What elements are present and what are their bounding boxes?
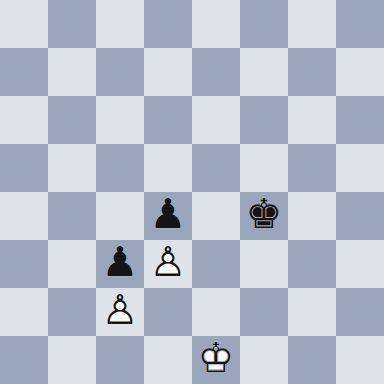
square-b4[interactable] [48, 192, 96, 240]
square-e1[interactable]: ♚♔ [192, 336, 240, 384]
square-f4[interactable]: ♚ [240, 192, 288, 240]
square-g6[interactable] [288, 96, 336, 144]
square-d1[interactable] [144, 336, 192, 384]
black-king-glyph: ♚ [240, 190, 288, 238]
white-king-outline-glyph: ♔ [192, 334, 240, 382]
square-g4[interactable] [288, 192, 336, 240]
square-d7[interactable] [144, 48, 192, 96]
square-c8[interactable] [96, 0, 144, 48]
square-b5[interactable] [48, 144, 96, 192]
square-h6[interactable] [336, 96, 384, 144]
square-d5[interactable] [144, 144, 192, 192]
square-c1[interactable] [96, 336, 144, 384]
square-c3[interactable]: ♟ [96, 240, 144, 288]
square-b8[interactable] [48, 0, 96, 48]
square-a4[interactable] [0, 192, 48, 240]
square-g7[interactable] [288, 48, 336, 96]
square-f6[interactable] [240, 96, 288, 144]
chess-board: ♟♚♟♟♙♟♙♚♔ [0, 0, 384, 384]
square-c4[interactable] [96, 192, 144, 240]
piece-white-king: ♚♔ [192, 336, 240, 384]
square-h7[interactable] [336, 48, 384, 96]
square-g8[interactable] [288, 0, 336, 48]
square-d4[interactable]: ♟ [144, 192, 192, 240]
square-h8[interactable] [336, 0, 384, 48]
square-f5[interactable] [240, 144, 288, 192]
square-h1[interactable] [336, 336, 384, 384]
square-f7[interactable] [240, 48, 288, 96]
square-f8[interactable] [240, 0, 288, 48]
square-f2[interactable] [240, 288, 288, 336]
square-h4[interactable] [336, 192, 384, 240]
piece-black-pawn: ♟ [144, 192, 192, 240]
square-e2[interactable] [192, 288, 240, 336]
square-a7[interactable] [0, 48, 48, 96]
square-d6[interactable] [144, 96, 192, 144]
square-g3[interactable] [288, 240, 336, 288]
black-pawn-glyph: ♟ [144, 190, 192, 238]
square-h3[interactable] [336, 240, 384, 288]
white-pawn-outline-glyph: ♙ [96, 286, 144, 334]
square-d3[interactable]: ♟♙ [144, 240, 192, 288]
square-e8[interactable] [192, 0, 240, 48]
piece-black-king: ♚ [240, 192, 288, 240]
square-c5[interactable] [96, 144, 144, 192]
square-d2[interactable] [144, 288, 192, 336]
piece-black-pawn: ♟ [96, 240, 144, 288]
square-a1[interactable] [0, 336, 48, 384]
square-b1[interactable] [48, 336, 96, 384]
square-a6[interactable] [0, 96, 48, 144]
square-e7[interactable] [192, 48, 240, 96]
square-b2[interactable] [48, 288, 96, 336]
square-e6[interactable] [192, 96, 240, 144]
square-b6[interactable] [48, 96, 96, 144]
square-g1[interactable] [288, 336, 336, 384]
square-f3[interactable] [240, 240, 288, 288]
square-e3[interactable] [192, 240, 240, 288]
square-a2[interactable] [0, 288, 48, 336]
piece-white-pawn: ♟♙ [144, 240, 192, 288]
square-g5[interactable] [288, 144, 336, 192]
square-h2[interactable] [336, 288, 384, 336]
square-g2[interactable] [288, 288, 336, 336]
square-f1[interactable] [240, 336, 288, 384]
square-e4[interactable] [192, 192, 240, 240]
square-a3[interactable] [0, 240, 48, 288]
square-c6[interactable] [96, 96, 144, 144]
piece-white-pawn: ♟♙ [96, 288, 144, 336]
square-a8[interactable] [0, 0, 48, 48]
square-a5[interactable] [0, 144, 48, 192]
white-pawn-outline-glyph: ♙ [144, 238, 192, 286]
square-e5[interactable] [192, 144, 240, 192]
black-pawn-glyph: ♟ [96, 238, 144, 286]
square-b3[interactable] [48, 240, 96, 288]
square-d8[interactable] [144, 0, 192, 48]
square-h5[interactable] [336, 144, 384, 192]
square-c2[interactable]: ♟♙ [96, 288, 144, 336]
square-b7[interactable] [48, 48, 96, 96]
square-c7[interactable] [96, 48, 144, 96]
